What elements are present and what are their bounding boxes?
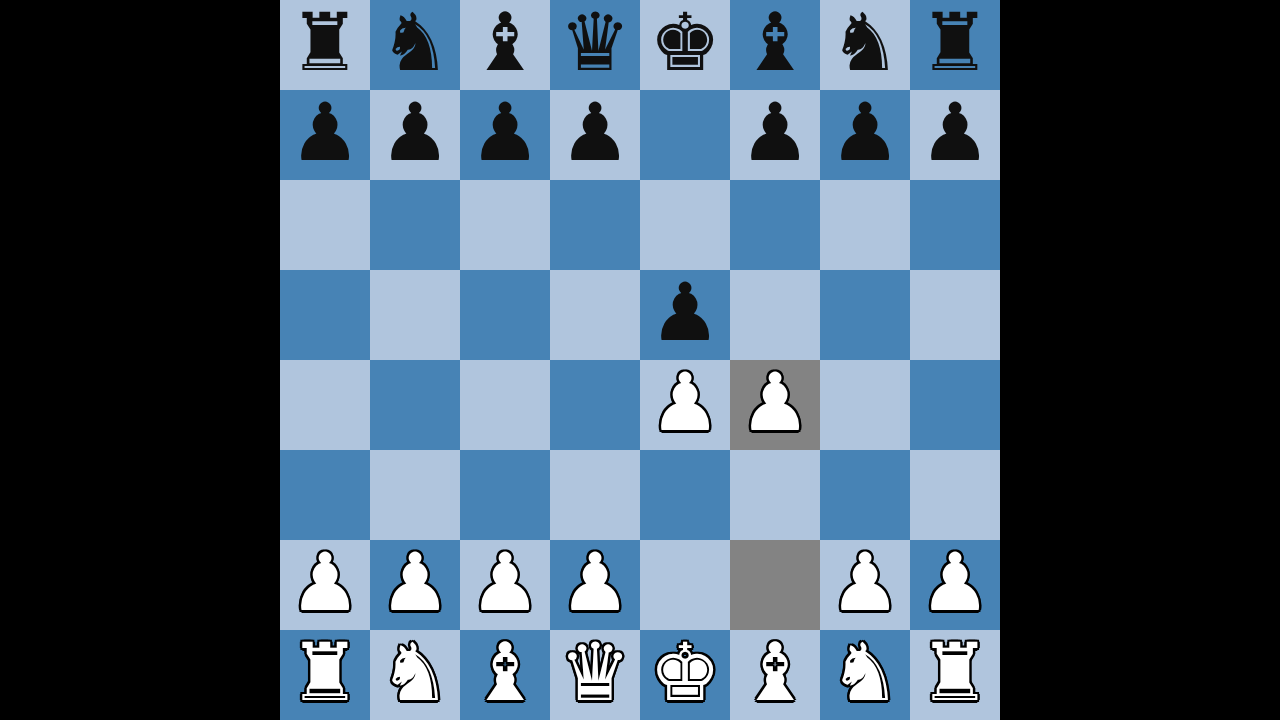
piece-white-rook[interactable]: ♜ bbox=[919, 628, 991, 718]
square-g7[interactable]: ♟︎ bbox=[820, 90, 910, 180]
square-b5[interactable] bbox=[370, 270, 460, 360]
piece-black-pawn[interactable]: ♟︎ bbox=[559, 88, 631, 178]
piece-black-queen[interactable]: ♛ bbox=[559, 0, 631, 88]
square-e2[interactable] bbox=[640, 540, 730, 630]
piece-white-pawn[interactable]: ♟︎ bbox=[829, 538, 901, 628]
square-f3[interactable] bbox=[730, 450, 820, 540]
square-d1[interactable]: ♛ bbox=[550, 630, 640, 720]
square-h1[interactable]: ♜ bbox=[910, 630, 1000, 720]
piece-black-knight[interactable]: ♞ bbox=[379, 0, 451, 88]
square-a1[interactable]: ♜ bbox=[280, 630, 370, 720]
piece-black-pawn[interactable]: ♟︎ bbox=[649, 268, 721, 358]
piece-white-queen[interactable]: ♛ bbox=[559, 628, 631, 718]
piece-black-pawn[interactable]: ♟︎ bbox=[469, 88, 541, 178]
piece-black-pawn[interactable]: ♟︎ bbox=[379, 88, 451, 178]
square-a8[interactable]: ♜ bbox=[280, 0, 370, 90]
square-d2[interactable]: ♟︎ bbox=[550, 540, 640, 630]
piece-black-pawn[interactable]: ♟︎ bbox=[829, 88, 901, 178]
square-g8[interactable]: ♞ bbox=[820, 0, 910, 90]
square-c5[interactable] bbox=[460, 270, 550, 360]
square-g1[interactable]: ♞ bbox=[820, 630, 910, 720]
square-b3[interactable] bbox=[370, 450, 460, 540]
square-d7[interactable]: ♟︎ bbox=[550, 90, 640, 180]
piece-white-bishop[interactable]: ♝ bbox=[739, 628, 811, 718]
square-c3[interactable] bbox=[460, 450, 550, 540]
piece-black-bishop[interactable]: ♝ bbox=[739, 0, 811, 88]
piece-white-king[interactable]: ♚ bbox=[649, 628, 721, 718]
square-f5[interactable] bbox=[730, 270, 820, 360]
square-f2[interactable] bbox=[730, 540, 820, 630]
square-f1[interactable]: ♝ bbox=[730, 630, 820, 720]
square-c8[interactable]: ♝ bbox=[460, 0, 550, 90]
piece-black-bishop[interactable]: ♝ bbox=[469, 0, 541, 88]
square-e1[interactable]: ♚ bbox=[640, 630, 730, 720]
piece-white-pawn[interactable]: ♟︎ bbox=[919, 538, 991, 628]
piece-white-pawn[interactable]: ♟︎ bbox=[739, 358, 811, 448]
square-b6[interactable] bbox=[370, 180, 460, 270]
piece-white-rook[interactable]: ♜ bbox=[289, 628, 361, 718]
square-b1[interactable]: ♞ bbox=[370, 630, 460, 720]
square-a4[interactable] bbox=[280, 360, 370, 450]
square-a6[interactable] bbox=[280, 180, 370, 270]
piece-white-pawn[interactable]: ♟︎ bbox=[289, 538, 361, 628]
piece-black-rook[interactable]: ♜ bbox=[289, 0, 361, 88]
square-e5[interactable]: ♟︎ bbox=[640, 270, 730, 360]
square-a3[interactable] bbox=[280, 450, 370, 540]
square-a7[interactable]: ♟︎ bbox=[280, 90, 370, 180]
square-f7[interactable]: ♟︎ bbox=[730, 90, 820, 180]
square-c7[interactable]: ♟︎ bbox=[460, 90, 550, 180]
square-d8[interactable]: ♛ bbox=[550, 0, 640, 90]
piece-white-bishop[interactable]: ♝ bbox=[469, 628, 541, 718]
square-c4[interactable] bbox=[460, 360, 550, 450]
piece-black-king[interactable]: ♚ bbox=[649, 0, 721, 88]
square-e4[interactable]: ♟︎ bbox=[640, 360, 730, 450]
square-a2[interactable]: ♟︎ bbox=[280, 540, 370, 630]
square-g5[interactable] bbox=[820, 270, 910, 360]
chess-board: ♜♞♝♛♚♝♞♜♟︎♟︎♟︎♟︎♟︎♟︎♟︎♟︎♟︎♟︎♟︎♟︎♟︎♟︎♟︎♟︎… bbox=[280, 0, 1000, 720]
square-e7[interactable] bbox=[640, 90, 730, 180]
square-g6[interactable] bbox=[820, 180, 910, 270]
square-h4[interactable] bbox=[910, 360, 1000, 450]
square-a5[interactable] bbox=[280, 270, 370, 360]
square-b2[interactable]: ♟︎ bbox=[370, 540, 460, 630]
square-f4[interactable]: ♟︎ bbox=[730, 360, 820, 450]
square-b8[interactable]: ♞ bbox=[370, 0, 460, 90]
square-e3[interactable] bbox=[640, 450, 730, 540]
square-g3[interactable] bbox=[820, 450, 910, 540]
square-h7[interactable]: ♟︎ bbox=[910, 90, 1000, 180]
piece-black-pawn[interactable]: ♟︎ bbox=[919, 88, 991, 178]
square-g2[interactable]: ♟︎ bbox=[820, 540, 910, 630]
square-f6[interactable] bbox=[730, 180, 820, 270]
square-e8[interactable]: ♚ bbox=[640, 0, 730, 90]
piece-black-rook[interactable]: ♜ bbox=[919, 0, 991, 88]
piece-black-pawn[interactable]: ♟︎ bbox=[289, 88, 361, 178]
letterbox-left bbox=[0, 0, 280, 720]
square-h5[interactable] bbox=[910, 270, 1000, 360]
square-h8[interactable]: ♜ bbox=[910, 0, 1000, 90]
square-g4[interactable] bbox=[820, 360, 910, 450]
square-e6[interactable] bbox=[640, 180, 730, 270]
video-frame: ♜♞♝♛♚♝♞♜♟︎♟︎♟︎♟︎♟︎♟︎♟︎♟︎♟︎♟︎♟︎♟︎♟︎♟︎♟︎♟︎… bbox=[0, 0, 1280, 720]
piece-black-knight[interactable]: ♞ bbox=[829, 0, 901, 88]
square-d5[interactable] bbox=[550, 270, 640, 360]
square-c6[interactable] bbox=[460, 180, 550, 270]
square-b4[interactable] bbox=[370, 360, 460, 450]
square-c2[interactable]: ♟︎ bbox=[460, 540, 550, 630]
piece-black-pawn[interactable]: ♟︎ bbox=[739, 88, 811, 178]
square-b7[interactable]: ♟︎ bbox=[370, 90, 460, 180]
square-d3[interactable] bbox=[550, 450, 640, 540]
piece-white-knight[interactable]: ♞ bbox=[379, 628, 451, 718]
letterbox-right bbox=[1000, 0, 1280, 720]
square-d4[interactable] bbox=[550, 360, 640, 450]
piece-white-knight[interactable]: ♞ bbox=[829, 628, 901, 718]
piece-white-pawn[interactable]: ♟︎ bbox=[469, 538, 541, 628]
square-f8[interactable]: ♝ bbox=[730, 0, 820, 90]
square-c1[interactable]: ♝ bbox=[460, 630, 550, 720]
square-h6[interactable] bbox=[910, 180, 1000, 270]
piece-white-pawn[interactable]: ♟︎ bbox=[649, 358, 721, 448]
square-d6[interactable] bbox=[550, 180, 640, 270]
piece-white-pawn[interactable]: ♟︎ bbox=[379, 538, 451, 628]
square-h3[interactable] bbox=[910, 450, 1000, 540]
piece-white-pawn[interactable]: ♟︎ bbox=[559, 538, 631, 628]
square-h2[interactable]: ♟︎ bbox=[910, 540, 1000, 630]
